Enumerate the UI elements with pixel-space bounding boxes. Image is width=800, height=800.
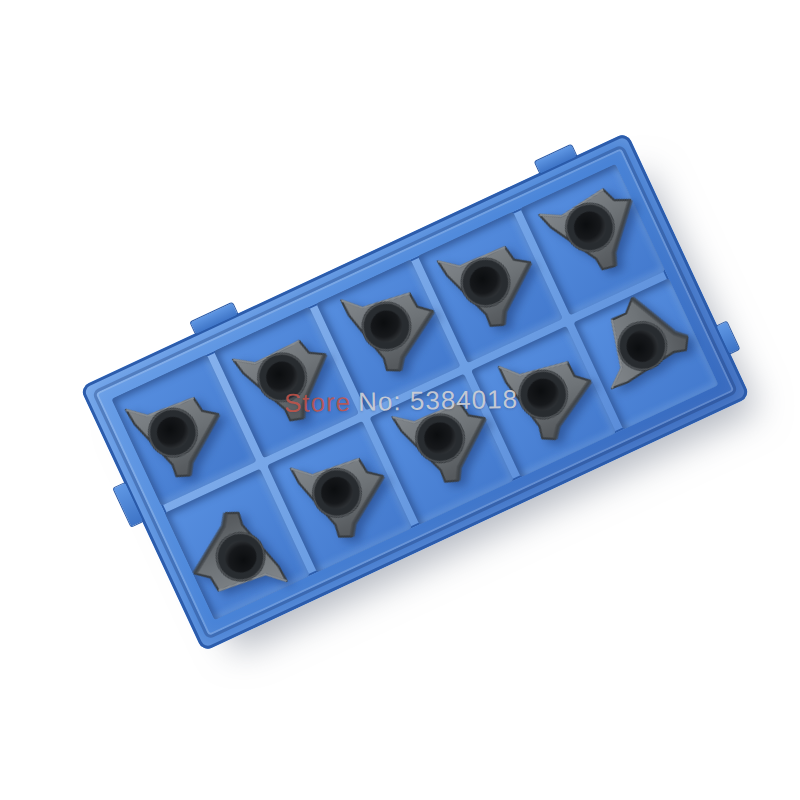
case-hinge-tab <box>534 143 578 174</box>
watermark-store-label: Store <box>284 387 352 418</box>
watermark-store-number: No: 5384018 <box>358 384 518 417</box>
watermark: StoreNo: 5384018 <box>284 384 519 419</box>
case-hinge-tab <box>189 302 239 336</box>
case-latch-tab <box>715 321 740 355</box>
product-photo: StoreNo: 5384018 <box>0 0 800 800</box>
